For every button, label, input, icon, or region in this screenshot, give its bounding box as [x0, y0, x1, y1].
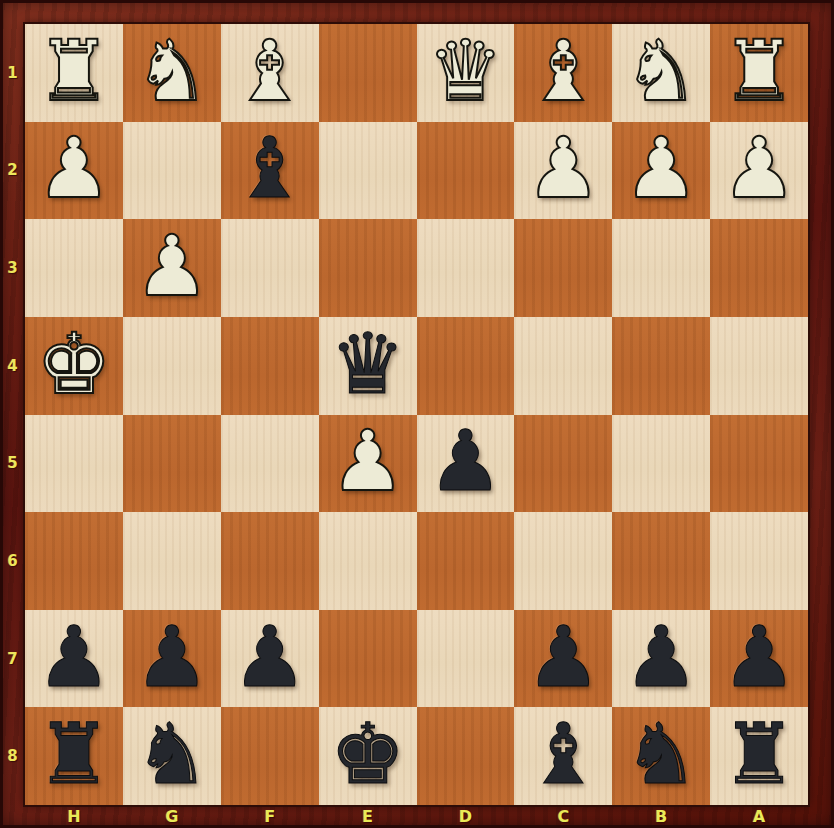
square-e1[interactable]: [319, 24, 417, 122]
square-b3[interactable]: [612, 219, 710, 317]
square-f6[interactable]: [221, 512, 319, 610]
square-a1[interactable]: ♜: [710, 24, 808, 122]
square-f4[interactable]: [221, 317, 319, 415]
square-d5[interactable]: ♟: [417, 415, 515, 513]
black-knight[interactable]: ♞: [134, 712, 209, 796]
white-pawn[interactable]: ♟: [134, 224, 209, 308]
square-h5[interactable]: [25, 415, 123, 513]
white-knight[interactable]: ♞: [134, 29, 209, 113]
square-g3[interactable]: ♟: [123, 219, 221, 317]
white-pawn[interactable]: ♟: [624, 126, 699, 210]
white-bishop[interactable]: ♝: [232, 29, 307, 113]
board-frame: ♜♞♝♛♝♞♜♟♝♟♟♟♟♚♛♟♟♟♟♟♟♟♟♜♞♚♝♞♜ 12345678 H…: [0, 0, 834, 828]
file-label-b: B: [612, 805, 710, 828]
file-label-a: A: [710, 805, 808, 828]
black-pawn[interactable]: ♟: [526, 615, 601, 699]
black-knight[interactable]: ♞: [624, 712, 699, 796]
white-pawn[interactable]: ♟: [526, 126, 601, 210]
file-label-e: E: [319, 805, 417, 828]
square-e2[interactable]: [319, 122, 417, 220]
square-g7[interactable]: ♟: [123, 610, 221, 708]
square-f3[interactable]: [221, 219, 319, 317]
square-c4[interactable]: [514, 317, 612, 415]
square-g1[interactable]: ♞: [123, 24, 221, 122]
file-labels: HGFEDCBA: [25, 805, 808, 828]
square-b4[interactable]: [612, 317, 710, 415]
square-d2[interactable]: [417, 122, 515, 220]
square-b2[interactable]: ♟: [612, 122, 710, 220]
white-pawn[interactable]: ♟: [36, 126, 111, 210]
file-label-g: G: [123, 805, 221, 828]
square-a5[interactable]: [710, 415, 808, 513]
white-queen[interactable]: ♛: [428, 29, 503, 113]
black-king[interactable]: ♚: [330, 712, 405, 796]
square-f8[interactable]: [221, 707, 319, 805]
black-pawn[interactable]: ♟: [428, 419, 503, 503]
square-g4[interactable]: [123, 317, 221, 415]
square-c6[interactable]: [514, 512, 612, 610]
square-c7[interactable]: ♟: [514, 610, 612, 708]
square-h8[interactable]: ♜: [25, 707, 123, 805]
white-pawn[interactable]: ♟: [330, 419, 405, 503]
file-label-f: F: [221, 805, 319, 828]
square-c5[interactable]: [514, 415, 612, 513]
square-a2[interactable]: ♟: [710, 122, 808, 220]
square-h3[interactable]: [25, 219, 123, 317]
rank-label-7: 7: [0, 610, 25, 708]
file-label-h: H: [25, 805, 123, 828]
square-b5[interactable]: [612, 415, 710, 513]
white-bishop[interactable]: ♝: [526, 29, 601, 113]
black-pawn[interactable]: ♟: [624, 615, 699, 699]
rank-label-8: 8: [0, 707, 25, 805]
chess-board: ♜♞♝♛♝♞♜♟♝♟♟♟♟♚♛♟♟♟♟♟♟♟♟♜♞♚♝♞♜: [25, 24, 808, 805]
square-e4[interactable]: ♛: [319, 317, 417, 415]
square-e3[interactable]: [319, 219, 417, 317]
square-h7[interactable]: ♟: [25, 610, 123, 708]
square-g6[interactable]: [123, 512, 221, 610]
square-a8[interactable]: ♜: [710, 707, 808, 805]
square-d1[interactable]: ♛: [417, 24, 515, 122]
white-king[interactable]: ♚: [36, 322, 111, 406]
black-bishop[interactable]: ♝: [526, 712, 601, 796]
square-d7[interactable]: [417, 610, 515, 708]
square-a7[interactable]: ♟: [710, 610, 808, 708]
square-a3[interactable]: [710, 219, 808, 317]
square-h6[interactable]: [25, 512, 123, 610]
black-rook[interactable]: ♜: [721, 712, 796, 796]
square-a6[interactable]: [710, 512, 808, 610]
square-e7[interactable]: [319, 610, 417, 708]
file-label-d: D: [417, 805, 515, 828]
rank-label-4: 4: [0, 317, 25, 415]
black-pawn[interactable]: ♟: [721, 615, 796, 699]
rank-label-2: 2: [0, 122, 25, 220]
white-knight[interactable]: ♞: [624, 29, 699, 113]
square-d8[interactable]: [417, 707, 515, 805]
square-b6[interactable]: [612, 512, 710, 610]
square-a4[interactable]: [710, 317, 808, 415]
black-queen[interactable]: ♛: [330, 322, 405, 406]
square-c8[interactable]: ♝: [514, 707, 612, 805]
square-f7[interactable]: ♟: [221, 610, 319, 708]
black-bishop[interactable]: ♝: [232, 126, 307, 210]
square-b8[interactable]: ♞: [612, 707, 710, 805]
square-e5[interactable]: ♟: [319, 415, 417, 513]
square-d6[interactable]: [417, 512, 515, 610]
square-h1[interactable]: ♜: [25, 24, 123, 122]
white-rook[interactable]: ♜: [36, 29, 111, 113]
square-g5[interactable]: [123, 415, 221, 513]
white-pawn[interactable]: ♟: [721, 126, 796, 210]
square-f1[interactable]: ♝: [221, 24, 319, 122]
rank-label-3: 3: [0, 219, 25, 317]
square-d3[interactable]: [417, 219, 515, 317]
square-h4[interactable]: ♚: [25, 317, 123, 415]
rank-label-1: 1: [0, 24, 25, 122]
square-d4[interactable]: [417, 317, 515, 415]
black-pawn[interactable]: ♟: [232, 615, 307, 699]
square-c2[interactable]: ♟: [514, 122, 612, 220]
rank-labels: 12345678: [0, 24, 25, 805]
square-e6[interactable]: [319, 512, 417, 610]
square-f5[interactable]: [221, 415, 319, 513]
rank-label-6: 6: [0, 512, 25, 610]
file-label-c: C: [514, 805, 612, 828]
black-rook[interactable]: ♜: [36, 712, 111, 796]
square-c3[interactable]: [514, 219, 612, 317]
rank-label-5: 5: [0, 415, 25, 513]
square-g2[interactable]: [123, 122, 221, 220]
square-g8[interactable]: ♞: [123, 707, 221, 805]
black-pawn[interactable]: ♟: [134, 615, 209, 699]
square-c1[interactable]: ♝: [514, 24, 612, 122]
square-f2[interactable]: ♝: [221, 122, 319, 220]
square-b1[interactable]: ♞: [612, 24, 710, 122]
white-rook[interactable]: ♜: [721, 29, 796, 113]
square-h2[interactable]: ♟: [25, 122, 123, 220]
square-e8[interactable]: ♚: [319, 707, 417, 805]
square-b7[interactable]: ♟: [612, 610, 710, 708]
black-pawn[interactable]: ♟: [36, 615, 111, 699]
